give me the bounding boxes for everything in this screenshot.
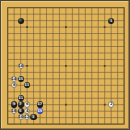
black-stone: 1 xyxy=(108,18,114,24)
white-stone: 14 xyxy=(11,76,17,82)
white-stone: 2 xyxy=(108,101,114,107)
move-number: 19 xyxy=(37,109,42,113)
move-number: 12 xyxy=(24,116,29,120)
white-stone: 12 xyxy=(24,114,30,120)
white-stone: 6 xyxy=(24,101,30,107)
black-stone: 9 xyxy=(11,101,17,107)
white-stone: 16 xyxy=(18,63,24,69)
white-stone: 4 xyxy=(24,108,30,114)
move-number: 6 xyxy=(26,103,29,107)
black-stone: 7 xyxy=(18,101,24,107)
go-board[interactable]: 12345678910111213141516171819 xyxy=(0,0,130,130)
move-number: 17 xyxy=(37,103,42,107)
move-number: 15 xyxy=(18,77,23,81)
move-number: 18 xyxy=(12,109,17,113)
move-number: 14 xyxy=(12,77,17,81)
white-stone: 18 xyxy=(11,108,17,114)
black-stone: 11 xyxy=(18,95,24,101)
move-number: 13 xyxy=(24,83,29,87)
move-number: 8 xyxy=(13,83,16,87)
move-number: 7 xyxy=(19,103,22,107)
move-number: 1 xyxy=(110,19,113,23)
last-move-stone: 19 xyxy=(37,108,43,114)
white-stone: 10 xyxy=(18,114,24,120)
stones-layer: 12345678910111213141516171819 xyxy=(4,4,127,127)
move-number: 11 xyxy=(18,96,23,100)
move-number: 16 xyxy=(18,64,23,68)
black-stone: 17 xyxy=(37,101,43,107)
black-stone: 5 xyxy=(18,108,24,114)
black-stone: 3 xyxy=(30,114,36,120)
move-number: 3 xyxy=(32,116,35,120)
move-number: 5 xyxy=(19,109,22,113)
move-number: 9 xyxy=(13,103,16,107)
black-stone: 13 xyxy=(24,82,30,88)
black-stone: 15 xyxy=(18,76,24,82)
move-number: 4 xyxy=(26,109,29,113)
black-stone xyxy=(18,18,24,24)
move-number: 2 xyxy=(110,103,113,107)
white-stone: 8 xyxy=(11,82,17,88)
move-number: 10 xyxy=(18,116,23,120)
